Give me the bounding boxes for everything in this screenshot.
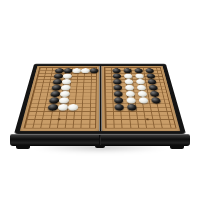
white-stone bbox=[136, 85, 146, 90]
black-stone bbox=[54, 74, 63, 79]
white-stone bbox=[60, 91, 70, 97]
white-stone bbox=[138, 97, 148, 103]
black-stone bbox=[90, 68, 98, 73]
black-stone bbox=[147, 79, 157, 84]
white-stone bbox=[126, 97, 136, 103]
black-stone bbox=[127, 104, 137, 110]
star-point bbox=[146, 118, 149, 120]
empty-cell bbox=[79, 91, 88, 97]
empty-cell bbox=[80, 79, 89, 84]
case-foot-center bbox=[95, 145, 105, 148]
white-stone bbox=[124, 79, 133, 84]
empty-cell bbox=[71, 79, 80, 84]
empty-cell bbox=[69, 91, 79, 97]
black-stone bbox=[114, 97, 124, 103]
empty-cell bbox=[80, 74, 89, 79]
empty-cell bbox=[71, 74, 80, 79]
white-stone bbox=[124, 74, 133, 79]
white-stone bbox=[68, 104, 78, 110]
case-foot-left bbox=[16, 145, 30, 149]
black-stone bbox=[134, 68, 143, 73]
white-stone bbox=[137, 91, 147, 97]
left-stone-cluster bbox=[47, 68, 98, 111]
empty-cell bbox=[69, 97, 79, 103]
black-stone bbox=[113, 85, 122, 90]
black-stone bbox=[51, 85, 61, 90]
white-stone bbox=[136, 79, 145, 84]
empty-cell bbox=[139, 104, 150, 110]
board-left-half bbox=[20, 66, 99, 131]
black-stone bbox=[52, 79, 62, 84]
empty-cell bbox=[78, 97, 88, 103]
empty-cell bbox=[70, 85, 79, 90]
white-stone bbox=[125, 91, 135, 97]
board-frame bbox=[14, 64, 186, 134]
empty-cell bbox=[89, 91, 98, 97]
white-stone bbox=[62, 79, 71, 84]
left-grid bbox=[23, 67, 96, 128]
white-stone bbox=[81, 68, 90, 73]
empty-cell bbox=[152, 104, 163, 110]
black-stone bbox=[50, 91, 60, 97]
empty-cell bbox=[88, 104, 98, 110]
black-stone bbox=[112, 68, 121, 73]
black-stone bbox=[113, 91, 122, 97]
white-stone bbox=[59, 97, 69, 103]
product-photo bbox=[0, 0, 200, 200]
black-stone bbox=[149, 91, 159, 97]
black-stone bbox=[150, 97, 161, 103]
white-stone bbox=[72, 68, 81, 73]
white-stone bbox=[58, 104, 68, 110]
black-stone bbox=[123, 68, 132, 73]
black-stone bbox=[114, 104, 124, 110]
right-stone-cluster bbox=[112, 68, 166, 111]
star-point bbox=[57, 118, 60, 120]
white-stone bbox=[125, 85, 134, 90]
black-stone bbox=[148, 85, 158, 90]
case-foot-right bbox=[170, 145, 184, 149]
empty-cell bbox=[89, 74, 98, 79]
board-right-half bbox=[101, 66, 180, 131]
black-stone bbox=[48, 104, 59, 110]
black-stone bbox=[145, 68, 154, 73]
black-stone bbox=[112, 74, 121, 79]
black-stone bbox=[63, 68, 72, 73]
empty-cell bbox=[80, 85, 89, 90]
black-stone bbox=[113, 79, 122, 84]
white-stone bbox=[135, 74, 144, 79]
go-board bbox=[14, 64, 186, 134]
empty-cell bbox=[78, 104, 88, 110]
black-stone bbox=[55, 68, 64, 73]
white-stone bbox=[63, 74, 72, 79]
black-stone bbox=[49, 97, 59, 103]
empty-cell bbox=[89, 85, 98, 90]
empty-cell bbox=[88, 97, 97, 103]
right-grid bbox=[103, 67, 176, 128]
black-stone bbox=[146, 74, 155, 79]
empty-cell bbox=[89, 79, 98, 84]
white-stone bbox=[61, 85, 71, 90]
